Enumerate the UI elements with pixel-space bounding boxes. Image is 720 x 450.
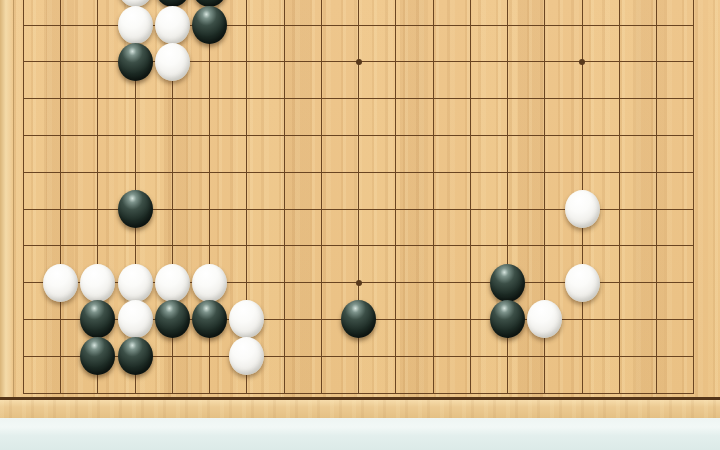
stone-black-cr[interactable] (80, 337, 115, 375)
grid-line-vertical (656, 0, 657, 394)
grid-line-horizontal (23, 135, 694, 136)
stone-white-bp[interactable] (43, 264, 78, 302)
stone-black-np[interactable] (490, 264, 525, 302)
stone-black-fi[interactable] (192, 6, 227, 44)
stone-white-cp[interactable] (80, 264, 115, 302)
star-point (356, 280, 362, 286)
stone-black-dn[interactable] (118, 190, 153, 228)
stone-black-fq[interactable] (192, 300, 227, 338)
grid-line-vertical (395, 0, 396, 394)
table-surface (0, 418, 720, 450)
star-point (356, 59, 362, 65)
stone-black-dj[interactable] (118, 43, 153, 81)
grid-line-vertical (619, 0, 620, 394)
board-left-bevel (0, 0, 14, 399)
stone-black-jq[interactable] (341, 300, 376, 338)
go-board-viewport (0, 0, 720, 450)
stone-white-oq[interactable] (527, 300, 562, 338)
stone-white-gq[interactable] (229, 300, 264, 338)
stone-black-dr[interactable] (118, 337, 153, 375)
grid-line-vertical (284, 0, 285, 394)
stone-white-dp[interactable] (118, 264, 153, 302)
stone-black-nq[interactable] (490, 300, 525, 338)
go-board[interactable] (0, 0, 720, 399)
grid-line-vertical (60, 0, 61, 394)
stone-white-dq[interactable] (118, 300, 153, 338)
stone-white-gr[interactable] (229, 337, 264, 375)
stone-black-cq[interactable] (80, 300, 115, 338)
stone-white-pn[interactable] (565, 190, 600, 228)
stone-white-ei[interactable] (155, 6, 190, 44)
grid-line-vertical (693, 0, 694, 394)
grid-line-vertical (470, 0, 471, 394)
grid-line-horizontal (23, 98, 694, 99)
stone-white-ej[interactable] (155, 43, 190, 81)
stone-white-pp[interactable] (565, 264, 600, 302)
grid-line-horizontal (23, 172, 694, 173)
stone-white-ep[interactable] (155, 264, 190, 302)
grid-line-horizontal (23, 245, 694, 246)
grid-line-horizontal (23, 393, 694, 394)
star-point (579, 59, 585, 65)
stone-white-fp[interactable] (192, 264, 227, 302)
grid-line-vertical (23, 0, 24, 394)
grid-line-vertical (433, 0, 434, 394)
stone-white-di[interactable] (118, 6, 153, 44)
stone-black-eq[interactable] (155, 300, 190, 338)
grid-line-vertical (321, 0, 322, 394)
